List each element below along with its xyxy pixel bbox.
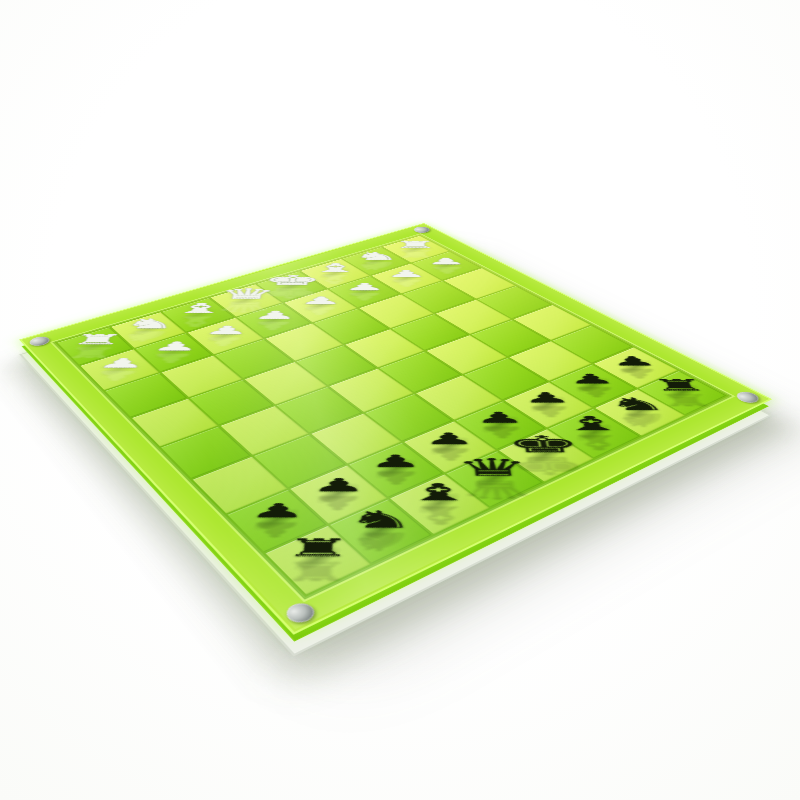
corner-standoff-bottom bbox=[281, 600, 319, 627]
square-c8[interactable] bbox=[390, 474, 489, 534]
board-slab bbox=[22, 224, 770, 632]
square-c4[interactable] bbox=[245, 362, 327, 404]
square-e6[interactable] bbox=[416, 375, 502, 419]
square-g7[interactable] bbox=[551, 364, 636, 407]
square-g8[interactable] bbox=[595, 389, 684, 435]
square-b4[interactable] bbox=[190, 380, 274, 425]
corner-standoff-left bbox=[27, 335, 53, 348]
chess-board: ♜♜♞♞♝♝♛♛♚♚♝♝♞♞♜♜♟♟♟♟♟♟♟♟♟♟♟♟♟♟♟♟♟♟♟♟♟♟♟♟… bbox=[22, 224, 770, 632]
square-a4[interactable] bbox=[132, 399, 218, 447]
product-photo-scene: ♜♜♞♞♝♝♛♛♚♚♝♝♞♞♜♜♟♟♟♟♟♟♟♟♟♟♟♟♟♟♟♟♟♟♟♟♟♟♟♟… bbox=[0, 0, 800, 800]
square-e8[interactable] bbox=[499, 429, 593, 481]
square-a3[interactable] bbox=[105, 373, 187, 417]
square-c5[interactable] bbox=[277, 387, 363, 433]
square-c7[interactable] bbox=[349, 443, 443, 497]
square-f8[interactable] bbox=[549, 409, 641, 458]
square-a8[interactable] bbox=[266, 526, 371, 595]
square-b6[interactable] bbox=[254, 435, 346, 488]
square-e7[interactable] bbox=[456, 401, 546, 449]
corner-standoff-right bbox=[732, 390, 763, 405]
square-d8[interactable] bbox=[446, 451, 542, 507]
square-b7[interactable] bbox=[290, 465, 387, 523]
square-d7[interactable] bbox=[404, 421, 496, 472]
square-f7[interactable] bbox=[505, 382, 592, 427]
square-c6[interactable] bbox=[311, 414, 401, 464]
square-b5[interactable] bbox=[221, 406, 309, 455]
square-h8[interactable] bbox=[639, 371, 726, 415]
square-d6[interactable] bbox=[365, 394, 453, 441]
corner-standoff-top bbox=[411, 226, 433, 235]
square-a7[interactable] bbox=[228, 490, 327, 552]
square-a6[interactable] bbox=[193, 457, 287, 514]
board-grid bbox=[55, 235, 729, 597]
square-a5[interactable] bbox=[161, 427, 251, 479]
square-d5[interactable] bbox=[330, 369, 414, 412]
square-b8[interactable] bbox=[330, 499, 432, 563]
